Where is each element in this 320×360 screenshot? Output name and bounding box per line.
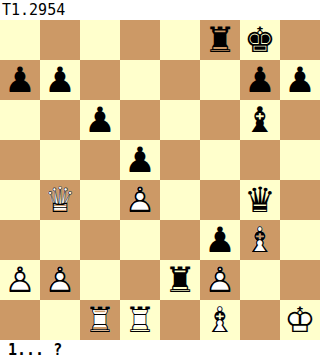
square-h6[interactable] [280,100,320,140]
square-b7[interactable]: ♟ [40,60,80,100]
square-c3[interactable] [80,220,120,260]
square-d1[interactable]: ♜♖ [120,300,160,340]
square-a5[interactable] [0,140,40,180]
square-h4[interactable] [280,180,320,220]
square-e7[interactable] [160,60,200,100]
square-h3[interactable] [280,220,320,260]
square-c4[interactable] [80,180,120,220]
chess-board: ♜♚♟♟♟♟♟♝♟♛♕♟♙♛♟♝♗♟♙♟♙♜♟♙♜♖♜♖♝♗♚♔ [0,20,320,340]
black-rook-piece: ♜ [200,20,240,60]
puzzle-window: T1.2954 ♜♚♟♟♟♟♟♝♟♛♕♟♙♛♟♝♗♟♙♟♙♜♟♙♜♖♜♖♝♗♚♔… [0,0,320,360]
square-h5[interactable] [280,140,320,180]
square-b1[interactable] [40,300,80,340]
square-f5[interactable] [200,140,240,180]
square-f8[interactable]: ♜ [200,20,240,60]
square-h8[interactable] [280,20,320,60]
square-h7[interactable]: ♟ [280,60,320,100]
square-g3[interactable]: ♝♗ [240,220,280,260]
square-b2[interactable]: ♟♙ [40,260,80,300]
square-e8[interactable] [160,20,200,60]
square-e4[interactable] [160,180,200,220]
square-g6[interactable]: ♝ [240,100,280,140]
black-pawn-piece: ♟ [200,220,240,260]
square-d3[interactable] [120,220,160,260]
square-a1[interactable] [0,300,40,340]
square-f4[interactable] [200,180,240,220]
square-f6[interactable] [200,100,240,140]
square-d5[interactable]: ♟ [120,140,160,180]
square-g4[interactable]: ♛ [240,180,280,220]
square-c6[interactable]: ♟ [80,100,120,140]
square-a2[interactable]: ♟♙ [0,260,40,300]
square-a7[interactable]: ♟ [0,60,40,100]
black-pawn-piece: ♟ [280,60,320,100]
square-d4[interactable]: ♟♙ [120,180,160,220]
square-h1[interactable]: ♚♔ [280,300,320,340]
square-e6[interactable] [160,100,200,140]
black-pawn-piece: ♟ [80,100,120,140]
black-bishop-piece: ♝ [240,100,280,140]
white-king-piece: ♔ [280,300,320,340]
white-bishop-piece: ♗ [200,300,240,340]
square-a3[interactable] [0,220,40,260]
square-e2[interactable]: ♜ [160,260,200,300]
square-d6[interactable] [120,100,160,140]
square-b6[interactable] [40,100,80,140]
square-g7[interactable]: ♟ [240,60,280,100]
square-e5[interactable] [160,140,200,180]
white-rook-piece: ♖ [120,300,160,340]
black-queen-piece: ♛ [240,180,280,220]
white-pawn-piece: ♙ [40,260,80,300]
square-b5[interactable] [40,140,80,180]
square-a8[interactable] [0,20,40,60]
black-pawn-piece: ♟ [0,60,40,100]
black-pawn-piece: ♟ [120,140,160,180]
square-b4[interactable]: ♛♕ [40,180,80,220]
square-f3[interactable]: ♟ [200,220,240,260]
square-a4[interactable] [0,180,40,220]
black-pawn-piece: ♟ [240,60,280,100]
white-rook-piece: ♖ [80,300,120,340]
move-prompt: 1... ? [0,340,320,360]
black-king-piece: ♚ [240,20,280,60]
square-c1[interactable]: ♜♖ [80,300,120,340]
square-g5[interactable] [240,140,280,180]
square-d8[interactable] [120,20,160,60]
square-e1[interactable] [160,300,200,340]
square-d7[interactable] [120,60,160,100]
white-pawn-piece: ♙ [0,260,40,300]
square-b8[interactable] [40,20,80,60]
square-g1[interactable] [240,300,280,340]
square-d2[interactable] [120,260,160,300]
black-pawn-piece: ♟ [40,60,80,100]
square-c2[interactable] [80,260,120,300]
square-f1[interactable]: ♝♗ [200,300,240,340]
white-bishop-piece: ♗ [240,220,280,260]
square-g2[interactable] [240,260,280,300]
square-e3[interactable] [160,220,200,260]
square-a6[interactable] [0,100,40,140]
white-queen-piece: ♕ [40,180,80,220]
square-f2[interactable]: ♟♙ [200,260,240,300]
puzzle-title: T1.2954 [0,0,320,20]
square-b3[interactable] [40,220,80,260]
white-pawn-piece: ♙ [200,260,240,300]
white-pawn-piece: ♙ [120,180,160,220]
square-c7[interactable] [80,60,120,100]
square-c5[interactable] [80,140,120,180]
square-f7[interactable] [200,60,240,100]
square-g8[interactable]: ♚ [240,20,280,60]
black-rook-piece: ♜ [160,260,200,300]
square-c8[interactable] [80,20,120,60]
square-h2[interactable] [280,260,320,300]
